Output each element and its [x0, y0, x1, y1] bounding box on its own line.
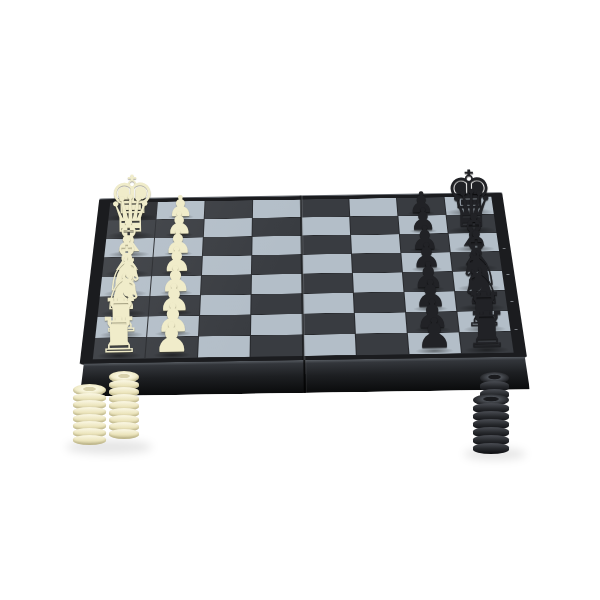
square [302, 217, 350, 236]
square [449, 233, 500, 252]
square [403, 272, 454, 292]
square [95, 316, 148, 337]
square [253, 200, 300, 218]
square [106, 220, 155, 239]
square [354, 312, 406, 333]
front-hinge-seam [303, 360, 306, 393]
square [455, 291, 508, 312]
chess-board-grid [80, 192, 528, 365]
square [253, 236, 302, 255]
square [149, 295, 200, 316]
square [100, 276, 151, 296]
square [354, 292, 405, 313]
square [93, 337, 146, 359]
square [252, 274, 302, 294]
square [98, 296, 150, 317]
square [202, 255, 251, 275]
square [303, 293, 354, 314]
checker-disc [73, 435, 106, 445]
square [401, 252, 452, 272]
square [152, 256, 202, 276]
square [406, 312, 459, 333]
square [201, 275, 251, 295]
square [408, 332, 461, 354]
square [251, 314, 302, 335]
square [252, 294, 302, 315]
square [349, 198, 397, 216]
square [444, 197, 493, 215]
square [155, 219, 204, 238]
white-checkers-stack-1 [73, 384, 106, 445]
square [351, 234, 400, 253]
square [302, 273, 352, 293]
square [203, 237, 252, 256]
square [397, 197, 446, 215]
square [147, 316, 199, 337]
frame-mark [506, 274, 509, 275]
square [350, 216, 399, 235]
square [303, 334, 355, 356]
square [400, 234, 450, 253]
checker-disc [473, 443, 509, 454]
square [451, 252, 502, 272]
square [104, 238, 154, 257]
square [253, 218, 301, 237]
square [355, 333, 408, 355]
frame-marks [108, 202, 157, 220]
square [303, 313, 354, 334]
square [457, 311, 510, 332]
square [301, 199, 349, 217]
square [146, 337, 199, 359]
square [398, 215, 447, 234]
board-assembly: ♚♟♟♚♛♟♟♛♝♟♟♝♝♟♟♝♞♟♟♞♞♟♟♞♜♟♟♜♜♟♟♜ [0, 0, 600, 600]
square [404, 291, 456, 312]
square [252, 255, 301, 275]
square [204, 218, 252, 237]
square [302, 254, 351, 274]
frame-mark [514, 329, 517, 330]
square [102, 257, 153, 277]
square [200, 295, 251, 316]
square [302, 235, 351, 254]
product-photo: ♚♟♟♚♛♟♟♛♝♟♟♝♝♟♟♝♞♟♟♞♞♟♟♞♜♟♟♜♜♟♟♜ [0, 0, 600, 600]
square [460, 332, 514, 354]
square [453, 271, 505, 291]
square [154, 237, 203, 256]
checker-disc [109, 429, 139, 439]
black-checkers-stack-2 [473, 394, 509, 454]
white-checkers-stack-2 [109, 371, 139, 439]
board-front-edge [79, 356, 529, 396]
square [157, 201, 205, 219]
square [352, 253, 402, 273]
square [353, 272, 404, 292]
square [151, 276, 202, 296]
square [251, 335, 303, 357]
square [446, 214, 496, 233]
frame-mark [503, 248, 506, 249]
square [199, 315, 250, 336]
square [198, 336, 250, 358]
square [205, 200, 253, 218]
frame-mark [510, 301, 513, 302]
